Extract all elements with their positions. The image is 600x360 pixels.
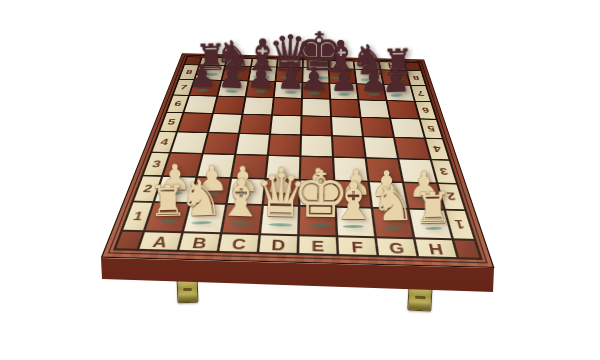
rank-label-right-5: 5 <box>421 120 442 139</box>
frame-corner <box>116 232 142 249</box>
file-label-top-b: B <box>226 58 251 66</box>
square-d3 <box>267 156 300 179</box>
square-h2 <box>404 183 443 209</box>
square-h6 <box>388 101 419 118</box>
square-f4 <box>333 136 364 157</box>
square-h1 <box>410 210 452 239</box>
square-a6 <box>185 96 217 113</box>
hinge-right-icon <box>407 282 432 311</box>
square-f3 <box>334 158 367 181</box>
square-b6 <box>214 97 245 114</box>
chess-set-photo: ABCDEFGH8877665544332211ABCDEFGH ♜♞♝♛♚♝♞… <box>0 0 600 360</box>
square-e1 <box>300 207 336 235</box>
frame-corner <box>405 63 420 70</box>
file-label-top-h: H <box>380 62 406 70</box>
square-b2 <box>191 178 229 203</box>
square-a1 <box>146 203 189 231</box>
square-d7 <box>275 82 302 98</box>
square-d8 <box>276 68 302 82</box>
square-a8 <box>195 66 224 80</box>
rank-label-right-8: 8 <box>407 71 425 85</box>
square-h3 <box>399 159 436 182</box>
rank-label-right-7: 7 <box>411 86 430 101</box>
square-f5 <box>332 117 362 136</box>
square-f8 <box>330 69 356 83</box>
square-f7 <box>330 84 357 100</box>
square-d2 <box>264 180 299 205</box>
square-d5 <box>271 116 300 135</box>
file-label-bottom-g: G <box>377 238 416 256</box>
hinge-left-icon <box>177 276 199 304</box>
square-b3 <box>198 154 234 177</box>
square-a4 <box>171 132 207 152</box>
chess-board: ABCDEFGH8877665544332211ABCDEFGH <box>101 53 495 268</box>
rank-label-right-6: 6 <box>416 102 436 119</box>
square-c4 <box>236 134 269 155</box>
square-b4 <box>204 133 238 153</box>
square-g7 <box>357 84 385 100</box>
file-label-bottom-h: H <box>416 239 457 257</box>
rank-label-right-4: 4 <box>426 139 448 159</box>
square-g1 <box>373 209 413 238</box>
square-c3 <box>232 155 266 178</box>
file-label-top-f: F <box>329 61 354 69</box>
square-h8 <box>381 70 409 84</box>
file-label-bottom-a: A <box>139 232 181 250</box>
file-label-bottom-d: D <box>259 235 297 253</box>
square-c8 <box>249 67 276 81</box>
file-label-bottom-c: C <box>219 234 258 252</box>
square-d4 <box>269 135 300 156</box>
frame-corner <box>185 57 201 64</box>
square-g5 <box>362 118 393 137</box>
square-e7 <box>303 83 329 99</box>
square-b8 <box>222 66 250 80</box>
file-label-top-e: E <box>304 60 328 68</box>
square-a7 <box>190 80 220 96</box>
frame-corner <box>454 240 479 257</box>
square-g8 <box>355 70 382 84</box>
square-f1 <box>337 208 374 237</box>
square-g3 <box>367 159 402 182</box>
square-d6 <box>273 98 301 115</box>
square-e6 <box>302 99 330 116</box>
file-label-top-c: C <box>252 59 277 67</box>
square-h4 <box>395 138 429 159</box>
square-d1 <box>261 206 298 234</box>
file-label-top-g: G <box>354 62 379 70</box>
square-a3 <box>164 153 202 176</box>
board-face: ABCDEFGH8877665544332211ABCDEFGH <box>101 53 495 268</box>
square-e2 <box>300 180 334 205</box>
square-c5 <box>240 115 271 134</box>
square-f6 <box>331 100 359 117</box>
square-g6 <box>359 100 389 117</box>
square-h7 <box>384 85 413 101</box>
square-e5 <box>302 116 331 135</box>
file-label-bottom-e: E <box>299 236 336 254</box>
square-c1 <box>223 205 262 233</box>
square-b1 <box>184 204 225 232</box>
square-b5 <box>209 114 241 133</box>
square-g2 <box>370 182 407 207</box>
file-label-top-a: A <box>200 58 226 66</box>
square-e3 <box>301 157 333 180</box>
file-label-top-d: D <box>278 60 302 68</box>
square-c2 <box>228 179 265 204</box>
rank-label-right-3: 3 <box>432 160 456 183</box>
square-a2 <box>155 177 195 202</box>
square-h5 <box>391 119 424 138</box>
board-grid: ABCDEFGH8877665544332211ABCDEFGH <box>113 56 483 260</box>
square-g4 <box>364 137 397 158</box>
square-c6 <box>243 97 272 114</box>
square-a5 <box>178 113 212 132</box>
square-e8 <box>303 68 328 82</box>
square-e4 <box>302 136 332 157</box>
file-label-bottom-f: F <box>338 237 376 255</box>
file-label-bottom-b: B <box>179 233 219 251</box>
square-b7 <box>218 81 247 97</box>
square-c7 <box>247 81 275 97</box>
square-f2 <box>335 181 370 206</box>
